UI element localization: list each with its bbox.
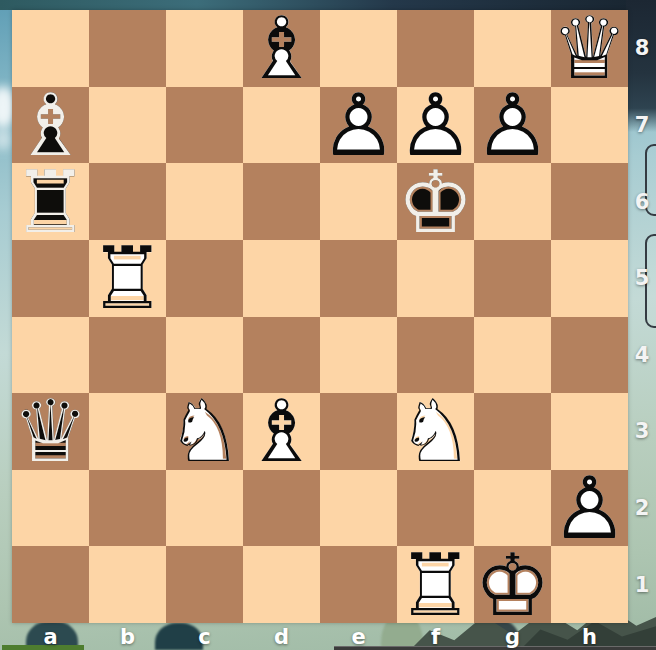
piece-glyph-outline: ♘ [397,393,474,470]
file-label-d: d [269,625,295,649]
file-label-a: a [38,625,64,649]
square-c3[interactable]: ♞♘ [166,393,243,470]
square-h5[interactable] [551,240,628,317]
rank-label-7: 7 [630,113,654,137]
square-c5[interactable] [166,240,243,317]
square-f8[interactable] [397,10,474,87]
square-e3[interactable] [320,393,397,470]
square-g3[interactable] [474,393,551,470]
square-d5[interactable] [243,240,320,317]
square-a8[interactable] [12,10,89,87]
piece-glyph-outline: ♙ [397,87,474,164]
square-b8[interactable] [89,10,166,87]
black-rook[interactable]: ♜♖ [12,163,89,240]
square-h8[interactable]: ♛♕ [551,10,628,87]
square-b7[interactable] [89,87,166,164]
square-f2[interactable] [397,470,474,547]
square-d4[interactable] [243,317,320,394]
rank-label-1: 1 [630,573,654,597]
black-king[interactable]: ♚♔ [397,163,474,240]
square-g6[interactable] [474,163,551,240]
square-b2[interactable] [89,470,166,547]
square-d1[interactable] [243,546,320,623]
square-d6[interactable] [243,163,320,240]
piece-glyph-fill: ♜ [12,163,89,240]
piece-glyph-fill: ♟ [551,470,628,547]
square-c1[interactable] [166,546,243,623]
square-f7[interactable]: ♟♙ [397,87,474,164]
chess-board[interactable]: ♝♗♛♕♝♗♟♙♟♙♟♙♜♖♚♔♜♖♛♕♞♘♝♗♞♘♟♙♜♖♚♔ [12,10,628,623]
square-g1[interactable]: ♚♔ [474,546,551,623]
piece-glyph-fill: ♟ [320,87,397,164]
white-pawn[interactable]: ♟♙ [397,87,474,164]
piece-glyph-outline: ♗ [243,393,320,470]
background-cloud [0,128,12,150]
square-f4[interactable] [397,317,474,394]
square-d7[interactable] [243,87,320,164]
square-c4[interactable] [166,317,243,394]
piece-glyph-fill: ♟ [474,87,551,164]
file-label-f: f [423,625,449,649]
square-b3[interactable] [89,393,166,470]
white-knight[interactable]: ♞♘ [166,393,243,470]
piece-glyph-fill: ♝ [243,10,320,87]
white-rook[interactable]: ♜♖ [89,240,166,317]
piece-glyph-fill: ♝ [12,87,89,164]
square-g7[interactable]: ♟♙ [474,87,551,164]
piece-glyph-fill: ♜ [397,546,474,623]
square-d3[interactable]: ♝♗ [243,393,320,470]
square-f6[interactable]: ♚♔ [397,163,474,240]
square-g8[interactable] [474,10,551,87]
black-bishop[interactable]: ♝♗ [12,87,89,164]
file-label-g: g [500,625,526,649]
white-pawn[interactable]: ♟♙ [474,87,551,164]
square-h1[interactable] [551,546,628,623]
rank-label-4: 4 [630,343,654,367]
square-b1[interactable] [89,546,166,623]
square-f1[interactable]: ♜♖ [397,546,474,623]
square-d8[interactable]: ♝♗ [243,10,320,87]
white-bishop[interactable]: ♝♗ [243,393,320,470]
piece-glyph-outline: ♖ [12,163,89,240]
square-h3[interactable] [551,393,628,470]
piece-glyph-fill: ♚ [397,163,474,240]
rank-label-3: 3 [630,419,654,443]
piece-glyph-outline: ♙ [551,470,628,547]
square-a4[interactable] [12,317,89,394]
rank-label-2: 2 [630,496,654,520]
piece-glyph-outline: ♙ [474,87,551,164]
file-label-h: h [577,625,603,649]
white-pawn[interactable]: ♟♙ [320,87,397,164]
square-h2[interactable]: ♟♙ [551,470,628,547]
piece-glyph-fill: ♜ [89,240,166,317]
piece-glyph-outline: ♔ [397,163,474,240]
piece-glyph-fill: ♚ [474,546,551,623]
rank-label-5: 5 [630,266,654,290]
piece-glyph-fill: ♟ [397,87,474,164]
piece-glyph-outline: ♘ [166,393,243,470]
piece-glyph-fill: ♛ [551,10,628,87]
white-bishop[interactable]: ♝♗ [243,10,320,87]
square-f3[interactable]: ♞♘ [397,393,474,470]
square-e1[interactable] [320,546,397,623]
background-grey-bar [334,646,656,650]
piece-glyph-fill: ♛ [12,393,89,470]
black-queen[interactable]: ♛♕ [12,393,89,470]
square-h7[interactable] [551,87,628,164]
file-label-c: c [192,625,218,649]
file-label-b: b [115,625,141,649]
square-a7[interactable]: ♝♗ [12,87,89,164]
square-g2[interactable] [474,470,551,547]
piece-glyph-outline: ♗ [243,10,320,87]
piece-glyph-outline: ♖ [89,240,166,317]
square-e7[interactable]: ♟♙ [320,87,397,164]
white-king[interactable]: ♚♔ [474,546,551,623]
app-window: ♝♗♛♕♝♗♟♙♟♙♟♙♜♖♚♔♜♖♛♕♞♘♝♗♞♘♟♙♜♖♚♔ 8765432… [0,0,656,650]
square-a1[interactable] [12,546,89,623]
rank-label-6: 6 [630,190,654,214]
square-a6[interactable]: ♜♖ [12,163,89,240]
background-sky-top [0,0,656,10]
piece-glyph-outline: ♕ [12,393,89,470]
piece-glyph-outline: ♗ [12,87,89,164]
white-queen[interactable]: ♛♕ [551,10,628,87]
square-c2[interactable] [166,470,243,547]
square-e6[interactable] [320,163,397,240]
square-b6[interactable] [89,163,166,240]
square-c6[interactable] [166,163,243,240]
square-g5[interactable] [474,240,551,317]
rank-label-8: 8 [630,36,654,60]
square-a5[interactable] [12,240,89,317]
square-b5[interactable]: ♜♖ [89,240,166,317]
white-knight[interactable]: ♞♘ [397,393,474,470]
square-g4[interactable] [474,317,551,394]
square-d2[interactable] [243,470,320,547]
square-e4[interactable] [320,317,397,394]
square-e8[interactable] [320,10,397,87]
square-a2[interactable] [12,470,89,547]
square-h4[interactable] [551,317,628,394]
square-h6[interactable] [551,163,628,240]
piece-glyph-outline: ♙ [320,87,397,164]
piece-glyph-outline: ♔ [474,546,551,623]
white-rook[interactable]: ♜♖ [397,546,474,623]
square-c8[interactable] [166,10,243,87]
piece-glyph-fill: ♞ [166,393,243,470]
piece-glyph-outline: ♖ [397,546,474,623]
square-b4[interactable] [89,317,166,394]
piece-glyph-fill: ♞ [397,393,474,470]
piece-glyph-outline: ♕ [551,10,628,87]
piece-glyph-fill: ♝ [243,393,320,470]
white-pawn[interactable]: ♟♙ [551,470,628,547]
square-a3[interactable]: ♛♕ [12,393,89,470]
file-label-e: e [346,625,372,649]
square-f5[interactable] [397,240,474,317]
square-c7[interactable] [166,87,243,164]
square-e2[interactable] [320,470,397,547]
square-e5[interactable] [320,240,397,317]
